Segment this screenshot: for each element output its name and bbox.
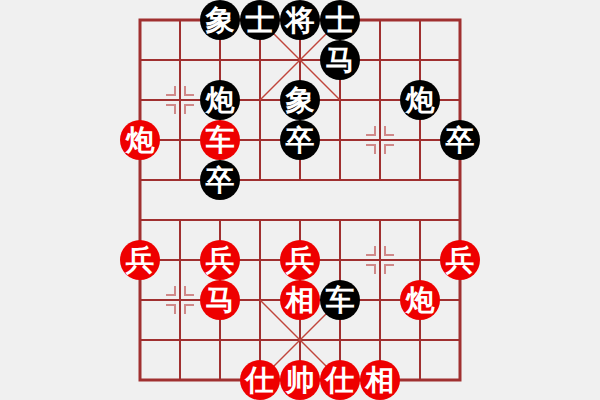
piece-black-elephant[interactable]: 象 <box>280 80 320 120</box>
piece-red-general[interactable]: 帅 <box>280 360 320 400</box>
piece-black-elephant[interactable]: 象 <box>200 0 240 40</box>
piece-red-cannon[interactable]: 炮 <box>400 280 440 320</box>
piece-black-advisor[interactable]: 士 <box>320 0 360 40</box>
piece-red-pawn[interactable]: 兵 <box>200 240 240 280</box>
screenshot-root: 象士将士马炮象炮卒卒卒车炮车兵兵兵兵马相炮仕帅仕相 <box>0 0 600 400</box>
piece-black-pawn[interactable]: 卒 <box>440 120 480 160</box>
piece-red-advisor[interactable]: 仕 <box>240 360 280 400</box>
piece-black-horse[interactable]: 马 <box>320 40 360 80</box>
piece-black-cannon[interactable]: 炮 <box>400 80 440 120</box>
piece-red-pawn[interactable]: 兵 <box>120 240 160 280</box>
pieces-layer: 象士将士马炮象炮卒卒卒车炮车兵兵兵兵马相炮仕帅仕相 <box>120 0 480 400</box>
piece-black-chariot[interactable]: 车 <box>320 280 360 320</box>
piece-black-general[interactable]: 将 <box>280 0 320 40</box>
piece-red-pawn[interactable]: 兵 <box>280 240 320 280</box>
piece-red-pawn[interactable]: 兵 <box>440 240 480 280</box>
piece-black-cannon[interactable]: 炮 <box>200 80 240 120</box>
piece-red-elephant[interactable]: 相 <box>280 280 320 320</box>
piece-red-chariot[interactable]: 车 <box>200 120 240 160</box>
piece-red-cannon[interactable]: 炮 <box>120 120 160 160</box>
piece-black-pawn[interactable]: 卒 <box>280 120 320 160</box>
piece-red-horse[interactable]: 马 <box>200 280 240 320</box>
piece-black-pawn[interactable]: 卒 <box>200 160 240 200</box>
piece-red-advisor[interactable]: 仕 <box>320 360 360 400</box>
piece-red-elephant[interactable]: 相 <box>360 360 400 400</box>
piece-black-advisor[interactable]: 士 <box>240 0 280 40</box>
